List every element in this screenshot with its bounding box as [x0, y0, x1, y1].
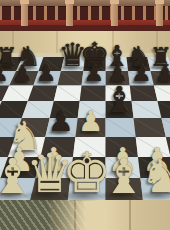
piece-cast-shadow: [101, 111, 133, 119]
piece-black-pawn-d4[interactable]: ♟: [48, 108, 73, 136]
square-d6[interactable]: [54, 86, 82, 102]
piece-black-bishop-f5[interactable]: ♝: [103, 82, 135, 118]
piece-cast-shadow: [99, 190, 142, 201]
piece-white-knight-g1[interactable]: ♞: [140, 153, 170, 199]
piece-cast-shadow: [153, 80, 170, 85]
chess-game-scene: ♜♞♛♚♝♞♜♟♟♟♟♟♟♟♝♟♟♞♟♟♟♟♟♟♟♜♝♛♚♝♞♜: [0, 0, 170, 230]
piece-cast-shadow: [76, 130, 101, 136]
piece-black-pawn-a7[interactable]: ♟: [0, 62, 9, 85]
piece-cast-shadow: [137, 190, 170, 200]
piece-black-pawn-b7[interactable]: ♟: [12, 62, 32, 85]
piece-cast-shadow: [82, 80, 102, 85]
piece-cast-shadow: [46, 130, 71, 136]
piece-cast-shadow: [34, 80, 54, 85]
piece-white-pawn-e4[interactable]: ♟: [78, 108, 103, 136]
piece-cast-shadow: [11, 80, 31, 85]
piece-black-pawn-h7[interactable]: ♟: [155, 62, 170, 85]
piece-black-pawn-e7[interactable]: ♟: [84, 62, 104, 85]
piece-cast-shadow: [0, 80, 7, 85]
piece-black-pawn-c7[interactable]: ♟: [36, 62, 56, 85]
